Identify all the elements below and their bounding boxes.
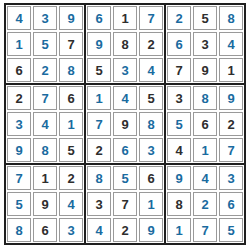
cell-r2c8[interactable]: 3 (193, 32, 217, 56)
cell-r6c7[interactable]: 4 (167, 138, 191, 162)
cell-r6c8[interactable]: 1 (193, 138, 217, 162)
cell-r3c1[interactable]: 6 (7, 58, 31, 82)
cell-r2c2[interactable]: 5 (33, 32, 57, 56)
cell-r9c1[interactable]: 8 (7, 218, 31, 242)
block-1-3: 258634791 (166, 5, 244, 83)
cell-r9c5[interactable]: 2 (113, 218, 137, 242)
cell-r9c6[interactable]: 9 (139, 218, 163, 242)
cell-r4c1[interactable]: 2 (7, 86, 31, 110)
sudoku-app: 4391576286179825342586347912763419851457… (0, 0, 250, 248)
cell-r5c9[interactable]: 2 (219, 112, 243, 136)
cell-r4c2[interactable]: 7 (33, 86, 57, 110)
cell-r3c8[interactable]: 9 (193, 58, 217, 82)
cell-r5c3[interactable]: 1 (59, 112, 83, 136)
cell-r7c3[interactable]: 2 (59, 166, 83, 190)
cell-r2c6[interactable]: 2 (139, 32, 163, 56)
cell-r6c4[interactable]: 2 (87, 138, 111, 162)
sudoku-board: 4391576286179825342586347912763419851457… (4, 3, 246, 245)
cell-r8c3[interactable]: 4 (59, 192, 83, 216)
cell-r8c1[interactable]: 5 (7, 192, 31, 216)
cell-r4c7[interactable]: 3 (167, 86, 191, 110)
block-3-2: 856371429 (86, 165, 164, 243)
cell-r9c9[interactable]: 5 (219, 218, 243, 242)
cell-r1c4[interactable]: 6 (87, 6, 111, 30)
cell-r9c2[interactable]: 6 (33, 218, 57, 242)
cell-r5c2[interactable]: 4 (33, 112, 57, 136)
cell-r8c7[interactable]: 8 (167, 192, 191, 216)
cell-r4c9[interactable]: 9 (219, 86, 243, 110)
cell-r8c9[interactable]: 6 (219, 192, 243, 216)
cell-r2c7[interactable]: 6 (167, 32, 191, 56)
block-2-3: 389562417 (166, 85, 244, 163)
cell-r7c4[interactable]: 8 (87, 166, 111, 190)
cell-r8c8[interactable]: 2 (193, 192, 217, 216)
cell-r5c7[interactable]: 5 (167, 112, 191, 136)
cell-r4c6[interactable]: 5 (139, 86, 163, 110)
block-2-1: 276341985 (6, 85, 84, 163)
cell-r2c1[interactable]: 1 (7, 32, 31, 56)
cell-r1c2[interactable]: 3 (33, 6, 57, 30)
cell-r5c5[interactable]: 9 (113, 112, 137, 136)
cell-r8c6[interactable]: 1 (139, 192, 163, 216)
cell-r1c1[interactable]: 4 (7, 6, 31, 30)
cell-r8c2[interactable]: 9 (33, 192, 57, 216)
cell-r1c5[interactable]: 1 (113, 6, 137, 30)
cell-r8c4[interactable]: 3 (87, 192, 111, 216)
cell-r5c6[interactable]: 8 (139, 112, 163, 136)
cell-r3c5[interactable]: 3 (113, 58, 137, 82)
cell-r9c8[interactable]: 7 (193, 218, 217, 242)
block-1-1: 439157628 (6, 5, 84, 83)
cell-r4c5[interactable]: 4 (113, 86, 137, 110)
cell-r4c4[interactable]: 1 (87, 86, 111, 110)
cell-r8c5[interactable]: 7 (113, 192, 137, 216)
cell-r2c3[interactable]: 7 (59, 32, 83, 56)
cell-r9c7[interactable]: 1 (167, 218, 191, 242)
cell-r3c9[interactable]: 1 (219, 58, 243, 82)
cell-r6c9[interactable]: 7 (219, 138, 243, 162)
cell-r2c4[interactable]: 9 (87, 32, 111, 56)
cell-r1c9[interactable]: 8 (219, 6, 243, 30)
cell-r3c4[interactable]: 5 (87, 58, 111, 82)
block-3-3: 943826175 (166, 165, 244, 243)
cell-r7c9[interactable]: 3 (219, 166, 243, 190)
cell-r6c1[interactable]: 9 (7, 138, 31, 162)
cell-r2c5[interactable]: 8 (113, 32, 137, 56)
block-1-2: 617982534 (86, 5, 164, 83)
cell-r7c5[interactable]: 5 (113, 166, 137, 190)
cell-r7c8[interactable]: 4 (193, 166, 217, 190)
cell-r5c8[interactable]: 6 (193, 112, 217, 136)
cell-r6c3[interactable]: 5 (59, 138, 83, 162)
cell-r1c6[interactable]: 7 (139, 6, 163, 30)
cell-r5c4[interactable]: 7 (87, 112, 111, 136)
cell-r6c6[interactable]: 3 (139, 138, 163, 162)
cell-r6c2[interactable]: 8 (33, 138, 57, 162)
cell-r7c6[interactable]: 6 (139, 166, 163, 190)
cell-r9c3[interactable]: 3 (59, 218, 83, 242)
cell-r3c2[interactable]: 2 (33, 58, 57, 82)
cell-r7c2[interactable]: 1 (33, 166, 57, 190)
cell-r4c8[interactable]: 8 (193, 86, 217, 110)
cell-r3c3[interactable]: 8 (59, 58, 83, 82)
block-2-2: 145798263 (86, 85, 164, 163)
block-3-1: 712594863 (6, 165, 84, 243)
cell-r4c3[interactable]: 6 (59, 86, 83, 110)
cell-r9c4[interactable]: 4 (87, 218, 111, 242)
cell-r2c9[interactable]: 4 (219, 32, 243, 56)
cell-r6c5[interactable]: 6 (113, 138, 137, 162)
cell-r1c3[interactable]: 9 (59, 6, 83, 30)
cell-r1c7[interactable]: 2 (167, 6, 191, 30)
cell-r1c8[interactable]: 5 (193, 6, 217, 30)
cell-r7c1[interactable]: 7 (7, 166, 31, 190)
cell-r3c6[interactable]: 4 (139, 58, 163, 82)
cell-r5c1[interactable]: 3 (7, 112, 31, 136)
cell-r3c7[interactable]: 7 (167, 58, 191, 82)
cell-r7c7[interactable]: 9 (167, 166, 191, 190)
